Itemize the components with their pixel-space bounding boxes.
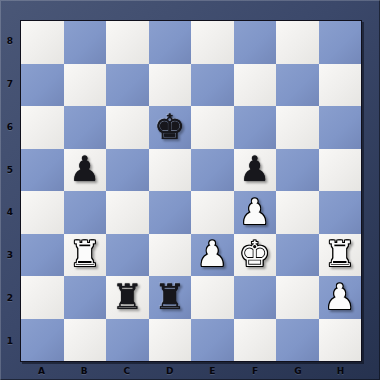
square-e5[interactable] [191,149,234,192]
square-b7[interactable] [64,64,107,107]
square-g2[interactable] [276,276,319,319]
square-g1[interactable] [276,319,319,362]
square-h4[interactable] [319,191,362,234]
piece-white-rook[interactable]: ♜ [324,237,355,272]
square-c5[interactable] [106,149,149,192]
square-g5[interactable] [276,149,319,192]
square-c7[interactable] [106,64,149,107]
file-label-h: H [319,361,362,380]
chess-board: ♚♟♟♟♜♟♚♜♜♜♟ [20,20,362,362]
square-d1[interactable] [149,319,192,362]
square-e2[interactable] [191,276,234,319]
rank-label-8: 8 [0,20,20,63]
square-b3[interactable]: ♜ [64,234,107,277]
rank-label-3: 3 [0,234,20,277]
square-a4[interactable] [21,191,64,234]
square-e6[interactable] [191,106,234,149]
square-c1[interactable] [106,319,149,362]
square-g8[interactable] [276,21,319,64]
piece-white-pawn[interactable]: ♟ [197,237,228,272]
file-labels: ABCDEFGH [20,361,362,380]
piece-black-king[interactable]: ♚ [154,110,185,145]
square-a3[interactable] [21,234,64,277]
square-a6[interactable] [21,106,64,149]
square-h8[interactable] [319,21,362,64]
square-g3[interactable] [276,234,319,277]
square-b4[interactable] [64,191,107,234]
square-b8[interactable] [64,21,107,64]
square-d8[interactable] [149,21,192,64]
square-d6[interactable]: ♚ [149,106,192,149]
square-h5[interactable] [319,149,362,192]
square-b1[interactable] [64,319,107,362]
piece-white-pawn[interactable]: ♟ [239,195,270,230]
square-f1[interactable] [234,319,277,362]
square-a5[interactable] [21,149,64,192]
square-b2[interactable] [64,276,107,319]
square-d3[interactable] [149,234,192,277]
square-e8[interactable] [191,21,234,64]
square-f8[interactable] [234,21,277,64]
file-label-e: E [191,361,234,380]
file-label-f: F [234,361,277,380]
piece-black-rook[interactable]: ♜ [154,280,185,315]
square-a2[interactable] [21,276,64,319]
square-e4[interactable] [191,191,234,234]
square-a1[interactable] [21,319,64,362]
file-label-b: B [63,361,106,380]
square-h7[interactable] [319,64,362,107]
rank-label-7: 7 [0,63,20,106]
square-g6[interactable] [276,106,319,149]
square-d4[interactable] [149,191,192,234]
square-e3[interactable]: ♟ [191,234,234,277]
chess-board-frame: 87654321 ♚♟♟♟♜♟♚♜♜♜♟ ABCDEFGH [0,0,380,380]
square-h1[interactable] [319,319,362,362]
square-f2[interactable] [234,276,277,319]
piece-black-pawn[interactable]: ♟ [239,152,270,187]
square-b6[interactable] [64,106,107,149]
square-f5[interactable]: ♟ [234,149,277,192]
rank-labels: 87654321 [0,20,20,362]
square-d7[interactable] [149,64,192,107]
square-c2[interactable]: ♜ [106,276,149,319]
square-h3[interactable]: ♜ [319,234,362,277]
piece-black-rook[interactable]: ♜ [112,280,143,315]
piece-white-rook[interactable]: ♜ [69,237,100,272]
file-label-a: A [20,361,63,380]
square-d2[interactable]: ♜ [149,276,192,319]
piece-white-king[interactable]: ♚ [239,237,270,272]
square-a8[interactable] [21,21,64,64]
file-label-d: D [148,361,191,380]
piece-black-pawn[interactable]: ♟ [69,152,100,187]
square-e1[interactable] [191,319,234,362]
rank-label-4: 4 [0,191,20,234]
rank-label-6: 6 [0,106,20,149]
square-c3[interactable] [106,234,149,277]
square-c4[interactable] [106,191,149,234]
square-f7[interactable] [234,64,277,107]
square-c6[interactable] [106,106,149,149]
square-d5[interactable] [149,149,192,192]
square-e7[interactable] [191,64,234,107]
square-c8[interactable] [106,21,149,64]
square-g4[interactable] [276,191,319,234]
square-g7[interactable] [276,64,319,107]
piece-white-pawn[interactable]: ♟ [324,280,355,315]
square-h6[interactable] [319,106,362,149]
square-h2[interactable]: ♟ [319,276,362,319]
file-label-c: C [106,361,149,380]
rank-label-2: 2 [0,277,20,320]
file-label-g: G [277,361,320,380]
rank-label-5: 5 [0,148,20,191]
square-f4[interactable]: ♟ [234,191,277,234]
rank-label-1: 1 [0,319,20,362]
square-f6[interactable] [234,106,277,149]
square-f3[interactable]: ♚ [234,234,277,277]
square-a7[interactable] [21,64,64,107]
square-b5[interactable]: ♟ [64,149,107,192]
